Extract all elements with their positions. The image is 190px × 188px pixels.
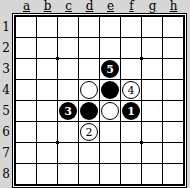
othello-diagram: abcdefgh 12345678 54312: [0, 0, 190, 188]
file-labels: abcdefgh: [16, 0, 184, 13]
black-disc-e4: [101, 81, 119, 99]
square-h8[interactable]: [163, 164, 183, 184]
square-b3[interactable]: [37, 59, 57, 79]
square-c1[interactable]: [58, 17, 78, 37]
move-number-label: 5: [106, 64, 114, 75]
white-disc-f4: 4: [122, 81, 140, 99]
square-c3[interactable]: [58, 59, 78, 79]
square-d3[interactable]: [79, 59, 99, 79]
black-disc-e3: 5: [101, 60, 119, 78]
square-e4[interactable]: [100, 80, 120, 100]
rank-label-3: 3: [0, 59, 10, 80]
square-c6[interactable]: [58, 122, 78, 142]
rank-label-2: 2: [0, 38, 10, 59]
rank-label-7: 7: [0, 143, 10, 164]
square-g1[interactable]: [142, 17, 162, 37]
square-g2[interactable]: [142, 38, 162, 58]
board-border: 54312: [14, 15, 185, 186]
move-number-label: 4: [128, 85, 135, 96]
square-d7[interactable]: [79, 143, 99, 163]
square-c7[interactable]: [58, 143, 78, 163]
move-number-label: 3: [64, 106, 72, 117]
rank-label-6: 6: [0, 122, 10, 143]
square-b1[interactable]: [37, 17, 57, 37]
file-label-h: h: [163, 0, 184, 13]
square-b4[interactable]: [37, 80, 57, 100]
square-f6[interactable]: [121, 122, 141, 142]
square-g4[interactable]: [142, 80, 162, 100]
square-f8[interactable]: [121, 164, 141, 184]
square-a5[interactable]: [16, 101, 36, 121]
rank-label-1: 1: [0, 17, 10, 38]
rank-labels: 12345678: [0, 17, 10, 185]
file-label-g: g: [142, 0, 163, 13]
move-number-label: 2: [86, 127, 93, 138]
square-a3[interactable]: [16, 59, 36, 79]
square-e1[interactable]: [100, 17, 120, 37]
file-label-a: a: [16, 0, 37, 13]
square-h4[interactable]: [163, 80, 183, 100]
file-label-e: e: [100, 0, 121, 13]
square-c5[interactable]: 3: [58, 101, 78, 121]
white-disc-d6: 2: [80, 123, 98, 141]
square-h5[interactable]: [163, 101, 183, 121]
square-f7[interactable]: [121, 143, 141, 163]
square-d5[interactable]: [79, 101, 99, 121]
square-d4[interactable]: [79, 80, 99, 100]
square-g5[interactable]: [142, 101, 162, 121]
square-b6[interactable]: [37, 122, 57, 142]
square-c4[interactable]: [58, 80, 78, 100]
square-g7[interactable]: [142, 143, 162, 163]
square-e7[interactable]: [100, 143, 120, 163]
rank-label-8: 8: [0, 164, 10, 185]
square-f2[interactable]: [121, 38, 141, 58]
square-a8[interactable]: [16, 164, 36, 184]
square-d8[interactable]: [79, 164, 99, 184]
square-f3[interactable]: [121, 59, 141, 79]
square-f5[interactable]: 1: [121, 101, 141, 121]
square-h6[interactable]: [163, 122, 183, 142]
square-c2[interactable]: [58, 38, 78, 58]
file-label-c: c: [58, 0, 79, 13]
square-h7[interactable]: [163, 143, 183, 163]
rank-label-4: 4: [0, 80, 10, 101]
file-label-b: b: [37, 0, 58, 13]
square-d6[interactable]: 2: [79, 122, 99, 142]
square-e2[interactable]: [100, 38, 120, 58]
square-f1[interactable]: [121, 17, 141, 37]
square-b5[interactable]: [37, 101, 57, 121]
square-a6[interactable]: [16, 122, 36, 142]
rank-label-5: 5: [0, 101, 10, 122]
square-h3[interactable]: [163, 59, 183, 79]
star-point: [140, 141, 143, 144]
file-label-f: f: [121, 0, 142, 13]
square-a1[interactable]: [16, 17, 36, 37]
square-e3[interactable]: 5: [100, 59, 120, 79]
white-disc-e5: [101, 102, 119, 120]
square-g8[interactable]: [142, 164, 162, 184]
square-e8[interactable]: [100, 164, 120, 184]
star-point: [56, 57, 59, 60]
square-a2[interactable]: [16, 38, 36, 58]
black-disc-f5: 1: [122, 102, 140, 120]
square-c8[interactable]: [58, 164, 78, 184]
board: 54312: [12, 13, 187, 188]
black-disc-c5: 3: [59, 102, 77, 120]
square-h2[interactable]: [163, 38, 183, 58]
square-d1[interactable]: [79, 17, 99, 37]
square-g3[interactable]: [142, 59, 162, 79]
square-b2[interactable]: [37, 38, 57, 58]
square-b7[interactable]: [37, 143, 57, 163]
square-a4[interactable]: [16, 80, 36, 100]
star-point: [56, 141, 59, 144]
white-disc-d4: [80, 81, 98, 99]
square-e6[interactable]: [100, 122, 120, 142]
black-disc-d5: [80, 102, 98, 120]
square-f4[interactable]: 4: [121, 80, 141, 100]
square-d2[interactable]: [79, 38, 99, 58]
square-a7[interactable]: [16, 143, 36, 163]
board-grid: 54312: [16, 17, 183, 184]
star-point: [140, 57, 143, 60]
move-number-label: 1: [127, 106, 135, 117]
square-b8[interactable]: [37, 164, 57, 184]
file-label-d: d: [79, 0, 100, 13]
square-h1[interactable]: [163, 17, 183, 37]
square-g6[interactable]: [142, 122, 162, 142]
square-e5[interactable]: [100, 101, 120, 121]
